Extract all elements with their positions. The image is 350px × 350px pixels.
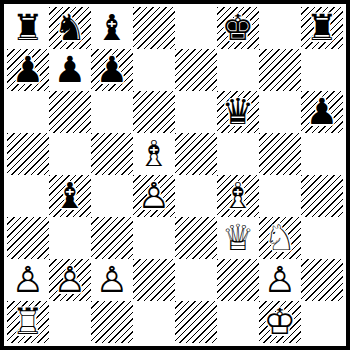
- piece-black-pawn: ♟: [49, 49, 91, 91]
- square-d5[interactable]: ♝♗: [133, 133, 175, 175]
- piece-outline-layer: ♗: [133, 133, 175, 175]
- piece-glyph: ♟: [301, 91, 343, 133]
- piece-white-bishop: ♝♗: [217, 175, 259, 217]
- square-e5[interactable]: [175, 133, 217, 175]
- piece-black-bishop: ♝: [49, 175, 91, 217]
- piece-white-king: ♚♔: [259, 301, 301, 343]
- piece-outline-layer: ♙: [133, 175, 175, 217]
- square-c5[interactable]: [91, 133, 133, 175]
- square-f4[interactable]: ♝♗: [217, 175, 259, 217]
- piece-outline-layer: ♗: [217, 175, 259, 217]
- square-b6[interactable]: [49, 91, 91, 133]
- piece-black-bishop: ♝: [91, 7, 133, 49]
- piece-white-queen: ♛♕: [217, 217, 259, 259]
- square-g8[interactable]: [259, 7, 301, 49]
- square-f2[interactable]: [217, 259, 259, 301]
- square-a1[interactable]: ♜♖: [7, 301, 49, 343]
- piece-black-rook: ♜: [301, 7, 343, 49]
- piece-white-pawn: ♟♙: [259, 259, 301, 301]
- piece-white-pawn: ♟♙: [133, 175, 175, 217]
- piece-black-knight: ♞: [49, 7, 91, 49]
- piece-black-queen: ♛: [217, 91, 259, 133]
- piece-glyph: ♟: [7, 49, 49, 91]
- square-f5[interactable]: [217, 133, 259, 175]
- piece-glyph: ♜: [301, 7, 343, 49]
- piece-black-rook: ♜: [7, 7, 49, 49]
- square-f1[interactable]: [217, 301, 259, 343]
- piece-white-bishop: ♝♗: [133, 133, 175, 175]
- square-g4[interactable]: [259, 175, 301, 217]
- square-g5[interactable]: [259, 133, 301, 175]
- piece-glyph: ♛: [217, 91, 259, 133]
- piece-outline-layer: ♘: [259, 217, 301, 259]
- piece-white-rook: ♜♖: [7, 301, 49, 343]
- square-g7[interactable]: [259, 49, 301, 91]
- piece-white-knight: ♞♘: [259, 217, 301, 259]
- square-d3[interactable]: [133, 217, 175, 259]
- square-b8[interactable]: ♞: [49, 7, 91, 49]
- square-d7[interactable]: [133, 49, 175, 91]
- square-e1[interactable]: [175, 301, 217, 343]
- piece-black-pawn: ♟: [7, 49, 49, 91]
- square-b2[interactable]: ♟♙: [49, 259, 91, 301]
- square-c1[interactable]: [91, 301, 133, 343]
- square-c2[interactable]: ♟♙: [91, 259, 133, 301]
- piece-white-pawn: ♟♙: [49, 259, 91, 301]
- square-h8[interactable]: ♜: [301, 7, 343, 49]
- chess-board-frame: ♜♞♝♚♜♟♟♟♛♟♝♗♝♟♙♝♗♛♕♞♘♟♙♟♙♟♙♟♙♜♖♚♔: [0, 0, 350, 350]
- square-h5[interactable]: [301, 133, 343, 175]
- piece-outline-layer: ♖: [7, 301, 49, 343]
- piece-glyph: ♞: [49, 7, 91, 49]
- square-d8[interactable]: [133, 7, 175, 49]
- square-h7[interactable]: [301, 49, 343, 91]
- piece-outline-layer: ♔: [259, 301, 301, 343]
- piece-white-pawn: ♟♙: [91, 259, 133, 301]
- square-g1[interactable]: ♚♔: [259, 301, 301, 343]
- square-b4[interactable]: ♝: [49, 175, 91, 217]
- square-d6[interactable]: [133, 91, 175, 133]
- square-e8[interactable]: [175, 7, 217, 49]
- square-h2[interactable]: [301, 259, 343, 301]
- piece-glyph: ♝: [49, 175, 91, 217]
- piece-glyph: ♜: [7, 7, 49, 49]
- square-g3[interactable]: ♞♘: [259, 217, 301, 259]
- chess-board: ♜♞♝♚♜♟♟♟♛♟♝♗♝♟♙♝♗♛♕♞♘♟♙♟♙♟♙♟♙♜♖♚♔: [7, 7, 343, 343]
- piece-outline-layer: ♙: [7, 259, 49, 301]
- square-b7[interactable]: ♟: [49, 49, 91, 91]
- square-a3[interactable]: [7, 217, 49, 259]
- piece-black-pawn: ♟: [301, 91, 343, 133]
- square-e7[interactable]: [175, 49, 217, 91]
- square-c8[interactable]: ♝: [91, 7, 133, 49]
- piece-glyph: ♚: [217, 7, 259, 49]
- square-f3[interactable]: ♛♕: [217, 217, 259, 259]
- square-e3[interactable]: [175, 217, 217, 259]
- square-b1[interactable]: [49, 301, 91, 343]
- square-g6[interactable]: [259, 91, 301, 133]
- piece-black-king: ♚: [217, 7, 259, 49]
- square-c6[interactable]: [91, 91, 133, 133]
- square-f7[interactable]: [217, 49, 259, 91]
- square-h3[interactable]: [301, 217, 343, 259]
- square-a6[interactable]: [7, 91, 49, 133]
- piece-outline-layer: ♕: [217, 217, 259, 259]
- piece-black-pawn: ♟: [91, 49, 133, 91]
- square-d1[interactable]: [133, 301, 175, 343]
- square-c3[interactable]: [91, 217, 133, 259]
- square-h1[interactable]: [301, 301, 343, 343]
- square-a7[interactable]: ♟: [7, 49, 49, 91]
- square-a8[interactable]: ♜: [7, 7, 49, 49]
- square-d4[interactable]: ♟♙: [133, 175, 175, 217]
- square-e2[interactable]: [175, 259, 217, 301]
- square-c7[interactable]: ♟: [91, 49, 133, 91]
- square-e6[interactable]: [175, 91, 217, 133]
- square-h6[interactable]: ♟: [301, 91, 343, 133]
- piece-outline-layer: ♙: [91, 259, 133, 301]
- square-d2[interactable]: [133, 259, 175, 301]
- square-h4[interactable]: [301, 175, 343, 217]
- square-f8[interactable]: ♚: [217, 7, 259, 49]
- square-a5[interactable]: [7, 133, 49, 175]
- piece-glyph: ♟: [91, 49, 133, 91]
- piece-white-pawn: ♟♙: [7, 259, 49, 301]
- square-e4[interactable]: [175, 175, 217, 217]
- square-c4[interactable]: [91, 175, 133, 217]
- piece-glyph: ♝: [91, 7, 133, 49]
- piece-outline-layer: ♙: [49, 259, 91, 301]
- piece-glyph: ♟: [49, 49, 91, 91]
- square-a2[interactable]: ♟♙: [7, 259, 49, 301]
- square-g2[interactable]: ♟♙: [259, 259, 301, 301]
- square-b5[interactable]: [49, 133, 91, 175]
- square-a4[interactable]: [7, 175, 49, 217]
- square-b3[interactable]: [49, 217, 91, 259]
- square-f6[interactable]: ♛: [217, 91, 259, 133]
- piece-outline-layer: ♙: [259, 259, 301, 301]
